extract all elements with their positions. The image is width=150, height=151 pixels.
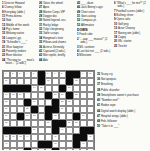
grid-cell[interactable]	[38, 134, 45, 141]
cell-number: 51	[33, 149, 35, 151]
clue-item: 38 Public disorder	[97, 88, 149, 92]
black-cell	[31, 106, 38, 113]
clue-item: 35 Pillows and shams	[39, 40, 75, 44]
grid-cell[interactable]: 3	[17, 71, 24, 78]
cell-number: 21	[61, 93, 63, 95]
grid-cell[interactable]	[66, 141, 73, 148]
grid-cell[interactable]	[73, 127, 80, 134]
grid-cell[interactable]: 43	[17, 134, 24, 141]
grid-cell[interactable]: 53	[45, 148, 52, 150]
grid-cell[interactable]	[38, 92, 45, 99]
clue-item: 13 Middle of the week	[2, 23, 37, 27]
clue-number: 9	[114, 18, 116, 21]
clue-number: 52	[77, 19, 81, 22]
grid-cell[interactable]	[31, 141, 38, 148]
clue-item: 31 Rocky ledge	[39, 23, 75, 27]
clue-item: 49 Choir voice	[77, 10, 112, 14]
grid-cell[interactable]: 50	[3, 148, 10, 150]
cell-number: 38	[75, 121, 77, 123]
grid-cell[interactable]	[87, 92, 94, 99]
black-cell	[73, 71, 80, 78]
clue-item: 1 Director Howard	[2, 1, 37, 5]
clue-number: 45	[77, 1, 81, 4]
cell-number: 23	[5, 100, 7, 102]
clue-item: 32 Tulip's beginning	[39, 27, 75, 31]
cell-number: 30	[5, 114, 7, 116]
clue-item: 7 Football scores (abbr.)	[114, 9, 149, 13]
grid-cell[interactable]	[31, 134, 38, 141]
grid-cell[interactable]	[87, 120, 94, 127]
grid-cell[interactable]: 15	[38, 85, 45, 92]
clue-number: 21	[2, 45, 6, 48]
cell-number: 4	[26, 72, 27, 74]
grid-cell[interactable]	[45, 127, 52, 134]
clue-number: 7	[114, 9, 116, 12]
grid-cell[interactable]	[87, 148, 94, 150]
grid-cell[interactable]	[59, 78, 66, 85]
grid-cell[interactable]	[45, 85, 52, 92]
grid-cell[interactable]: 36	[45, 120, 52, 127]
cell-number: 37	[68, 121, 70, 123]
grid-cell[interactable]	[66, 148, 73, 150]
grid-cell[interactable]	[80, 78, 87, 85]
black-cell	[66, 71, 73, 78]
black-cell	[66, 78, 73, 85]
clue-number: 15	[2, 32, 6, 35]
grid-cell[interactable]	[38, 127, 45, 134]
cell-number: 40	[61, 128, 63, 130]
clue-number: 38	[97, 88, 101, 91]
grid-cell[interactable]: 7	[52, 71, 59, 78]
clue-number: 3	[77, 45, 79, 48]
cell-number: 17	[5, 93, 7, 95]
grid-cell[interactable]: 8	[59, 71, 66, 78]
clue-column-4-text: 6 "What's ___ for me?" (2 wds.)7 Footbal…	[114, 1, 149, 48]
clue-number: 13	[2, 23, 6, 26]
grid-cell[interactable]: 29	[59, 106, 66, 113]
grid-cell[interactable]: 49	[80, 141, 87, 148]
grid-cell[interactable]	[80, 148, 87, 150]
black-cell	[80, 127, 87, 134]
grid-cell[interactable]	[45, 134, 52, 141]
cell-number: 47	[5, 142, 7, 144]
cell-number: 43	[19, 135, 21, 137]
cell-number: 39	[33, 128, 35, 130]
grid-cell[interactable]	[87, 113, 94, 120]
grid-cell[interactable]	[59, 134, 66, 141]
clue-item: 18 Cagey	[114, 35, 149, 39]
clue-item: 14 Pig's home	[2, 27, 37, 31]
clue-item: 22 Patiently endure	[2, 49, 37, 53]
grid-cell[interactable]	[87, 106, 94, 113]
cell-number: 16	[68, 86, 70, 88]
clue-number: 33	[39, 32, 43, 35]
clue-number: 44	[97, 109, 101, 112]
grid-cell[interactable]	[38, 120, 45, 127]
clue-item: 19 "Schindler's ___"	[2, 40, 37, 44]
clue-column-3-text: 45 ___ -daze46 Jack Benny's age49 Choir …	[77, 1, 112, 57]
clue-column-1: 1 Director Howard6 Clumsy fellow9 Everyd…	[2, 1, 37, 69]
grid-cell[interactable]: 52	[38, 148, 45, 150]
clue-item: 45 ___ -daze	[77, 1, 112, 5]
down-header: DOWN	[77, 28, 112, 32]
clue-item: 50 "Take it in ___"	[97, 125, 149, 129]
cell-number: 44	[26, 135, 28, 137]
grid-cell[interactable]	[73, 106, 80, 113]
clue-number: 11	[2, 14, 6, 17]
grid-cell[interactable]	[80, 106, 87, 113]
clue-number: 6	[2, 5, 4, 8]
grid-cell[interactable]: 30	[3, 113, 10, 120]
clue-number: 50	[97, 125, 101, 128]
grid-cell[interactable]	[52, 78, 59, 85]
grid-cell[interactable]: 45	[52, 134, 59, 141]
grid-cell[interactable]	[17, 148, 24, 150]
clue-item: 39 Smartphone owner's purchase	[97, 93, 149, 97]
clue-column-1-text: 1 Director Howard6 Clumsy fellow9 Everyd…	[2, 1, 37, 65]
grid-cell[interactable]: 39	[31, 127, 38, 134]
clue-number: 35	[97, 72, 101, 75]
grid-cell[interactable]: 2	[10, 71, 17, 78]
clue-number: 51	[77, 14, 81, 17]
grid-cell[interactable]	[38, 106, 45, 113]
grid-cell[interactable]: 34	[80, 113, 87, 120]
black-cell	[45, 106, 52, 113]
cell-number: 55	[75, 149, 77, 151]
cell-number: 35	[5, 121, 7, 123]
grid-cell[interactable]	[17, 120, 24, 127]
clue-number: 39	[97, 93, 101, 96]
clue-column-3: 45 ___ -daze46 Jack Benny's age49 Choir …	[77, 1, 112, 69]
grid-cell[interactable]: 19	[17, 92, 24, 99]
grid-cell[interactable]	[31, 120, 38, 127]
clue-item: 33 Table scraps	[39, 32, 75, 36]
clue-item: 46 Jack Benny's age	[77, 5, 112, 9]
clue-item: 51 Goes astray	[77, 14, 112, 18]
grid-cell[interactable]: 32	[31, 113, 38, 120]
clue-number: 20	[114, 40, 118, 43]
clue-item: 52 Compass pt.	[77, 19, 112, 23]
clue-number: 36	[97, 77, 101, 80]
grid-cell[interactable]: 40	[59, 127, 66, 134]
clue-number: 49	[77, 10, 81, 13]
grid-cell[interactable]	[10, 141, 17, 148]
black-cell	[45, 92, 52, 99]
grid-cell[interactable]	[17, 99, 24, 106]
cell-number: 15	[40, 86, 42, 88]
clue-number: 35	[39, 40, 43, 43]
cell-number: 36	[47, 121, 49, 123]
clue-item: 41 Rodeo rope	[97, 104, 149, 108]
clue-number: 34	[39, 36, 43, 39]
grid-cell[interactable]: 28	[24, 106, 31, 113]
black-cell	[52, 106, 59, 113]
grid-cell[interactable]: 14	[31, 85, 38, 92]
black-cell	[38, 141, 45, 148]
grid-cell[interactable]: 25	[59, 99, 66, 106]
grid-cell[interactable]	[80, 99, 87, 106]
grid-cell[interactable]	[52, 85, 59, 92]
clue-number: 47	[97, 114, 101, 117]
grid-cell[interactable]: 54	[59, 148, 66, 150]
black-cell	[59, 120, 66, 127]
black-cell	[17, 113, 24, 120]
grid-cell[interactable]	[38, 113, 45, 120]
grid-cell[interactable]: 20	[52, 92, 59, 99]
cell-number: 9	[82, 72, 83, 74]
grid-cell[interactable]	[24, 120, 31, 127]
grid-cell[interactable]	[17, 141, 24, 148]
grid-cell[interactable]	[66, 134, 73, 141]
grid-cell[interactable]	[80, 92, 87, 99]
clue-number: 5	[77, 54, 79, 57]
black-cell	[52, 148, 59, 150]
cell-number: 8	[61, 72, 62, 74]
black-cell	[52, 127, 59, 134]
cell-number: 41	[5, 135, 7, 137]
clue-number: 41	[97, 104, 101, 107]
clue-number: 32	[39, 27, 43, 30]
grid-cell[interactable]	[87, 99, 94, 106]
clue-item: 35 Scary cry	[97, 72, 149, 76]
clue-item: 25 Tiny bit	[114, 44, 149, 48]
grid-cell[interactable]: 31	[24, 113, 31, 120]
black-cell	[24, 99, 31, 106]
black-cell	[52, 120, 59, 127]
clue-number: 46	[77, 5, 81, 8]
grid-cell[interactable]: 47	[3, 141, 10, 148]
grid-cell[interactable]: 51	[31, 148, 38, 150]
clue-item: 20 Wk. starter	[114, 40, 149, 44]
grid-cell[interactable]	[10, 99, 17, 106]
black-cell	[10, 85, 17, 92]
black-cell	[66, 92, 73, 99]
black-cell	[24, 85, 31, 92]
grid-cell[interactable]: 12	[45, 78, 52, 85]
grid-cell[interactable]: 26	[66, 99, 73, 106]
clue-item: 26 Takes the wheel	[39, 1, 75, 5]
grid-cell[interactable]	[10, 148, 17, 150]
black-cell	[24, 127, 31, 134]
clue-item: 44 Ado	[39, 58, 75, 62]
grid-cell[interactable]: 17	[3, 92, 10, 99]
clue-number: 29	[39, 14, 43, 17]
clue-item: 13 Actor Chaney	[114, 26, 149, 30]
cell-number: 45	[54, 135, 56, 137]
grid-cell[interactable]	[10, 120, 17, 127]
black-cell	[45, 113, 52, 120]
grid-cell[interactable]: 41	[3, 134, 10, 141]
clue-number: 13	[114, 26, 118, 29]
grid-cell[interactable]	[73, 85, 80, 92]
grid-cell[interactable]	[87, 141, 94, 148]
cell-number: 24	[33, 100, 35, 102]
cell-number: 18	[12, 93, 14, 95]
clue-number: 4	[77, 49, 79, 52]
clue-number: 19	[2, 40, 6, 43]
cell-number: 13	[75, 79, 77, 81]
grid-cell[interactable]: 16	[66, 85, 73, 92]
clue-number: 2	[77, 37, 79, 40]
grid-cell[interactable]: 48	[52, 141, 59, 148]
cell-number: 50	[5, 149, 7, 151]
grid-cell[interactable]: 22	[73, 92, 80, 99]
clue-number: 28	[39, 10, 43, 13]
grid-cell[interactable]	[87, 85, 94, 92]
clue-item: 6 "What's ___ for me?" (2 wds.)	[114, 1, 149, 8]
grid-cell[interactable]	[80, 85, 87, 92]
clue-item: 43 Nile reptile, briefly	[39, 54, 75, 58]
cell-number: 31	[26, 114, 28, 116]
clue-item: 2 "...saw ___ mouse!" (2 wds.)	[77, 37, 112, 44]
clue-number: 1	[77, 32, 79, 35]
grid-cell[interactable]	[10, 106, 17, 113]
grid-cell[interactable]: 4	[24, 71, 31, 78]
grid-cell[interactable]	[45, 99, 52, 106]
grid-cell[interactable]	[31, 92, 38, 99]
grid-cell[interactable]	[24, 141, 31, 148]
clue-item: 48 Feb. follower	[97, 119, 149, 123]
cell-number: 46	[89, 135, 91, 137]
clue-item: 3 Mil. canteen	[77, 45, 112, 49]
grid-cell[interactable]: 37	[66, 120, 73, 127]
grid-cell[interactable]: 21	[59, 92, 66, 99]
clue-number: 44	[39, 58, 43, 61]
cell-number: 28	[26, 107, 28, 109]
clue-column-rail-text: 35 Scary cry36 Not apropos37 Breathing38…	[97, 72, 149, 128]
grid-cell[interactable]	[66, 106, 73, 113]
grid-cell[interactable]: 13	[73, 78, 80, 85]
clue-item: 16 Lawyers' gp.	[2, 36, 37, 40]
clue-item: 34 Hangman's knot	[39, 36, 75, 40]
grid-cell[interactable]	[10, 113, 17, 120]
clue-item: 4 Last but not ___ (2 wds.)	[77, 49, 112, 53]
cell-number: 49	[82, 142, 84, 144]
black-cell	[24, 148, 31, 150]
grid-cell[interactable]: 6	[45, 71, 52, 78]
clue-item: 9 Everyday (abbr.)	[2, 10, 37, 14]
grid-cell[interactable]: 33	[52, 113, 59, 120]
grid-cell[interactable]: 38	[73, 120, 80, 127]
cell-number: 42	[12, 135, 14, 137]
cell-number: 29	[61, 107, 63, 109]
grid-cell[interactable]	[24, 92, 31, 99]
clue-item: 8 Bullring cheer	[114, 13, 149, 17]
grid-cell[interactable]: 5	[31, 71, 38, 78]
clue-column-2: 26 Takes the wheel27 Apex28 Marine Corps…	[39, 1, 75, 69]
clue-item: 53 Affirmative	[77, 23, 112, 27]
grid-cell[interactable]: 24	[31, 99, 38, 106]
clue-item: 36 Not apropos	[97, 77, 149, 81]
clue-number: 22	[2, 49, 6, 52]
cell-number: 53	[47, 149, 49, 151]
clue-column-4: 6 "What's ___ for me?" (2 wds.)7 Footbal…	[114, 1, 149, 69]
black-cell	[10, 127, 17, 134]
clue-number: 48	[97, 119, 101, 122]
grid-cell[interactable]	[73, 99, 80, 106]
clue-item: 40 "Number one!"	[97, 98, 149, 102]
grid-cell[interactable]: 42	[10, 134, 17, 141]
clue-item: 6 Clumsy fellow	[2, 5, 37, 9]
cell-number: 19	[19, 93, 21, 95]
black-cell	[45, 141, 52, 148]
grid-cell[interactable]	[80, 120, 87, 127]
clue-item: 29 Doggie doc	[39, 14, 75, 18]
clue-number: 30	[39, 19, 43, 22]
cell-number: 22	[75, 93, 77, 95]
clue-item: 47 Hospital wings (abbr.)	[97, 114, 149, 118]
cell-number: 25	[61, 100, 63, 102]
grid-cell[interactable]: 18	[10, 92, 17, 99]
grid-cell[interactable]	[31, 78, 38, 85]
clue-number: 53	[77, 23, 81, 26]
cell-number: 12	[47, 79, 49, 81]
grid-cell[interactable]	[17, 106, 24, 113]
clue-item: 21 Wise lawgiver	[2, 45, 37, 49]
grid-cell[interactable]	[66, 113, 73, 120]
cell-number: 3	[19, 72, 20, 74]
grid-cell[interactable]	[10, 78, 17, 85]
grid-cell[interactable]	[59, 141, 66, 148]
clue-number: 9	[2, 10, 4, 13]
clue-item: 17 Boxing win (abbr.)	[114, 31, 149, 35]
black-cell	[17, 85, 24, 92]
clue-item: 28 Marine Corps VIP	[39, 10, 75, 14]
clue-item: 9 Opera solo	[114, 18, 149, 22]
clue-number: 42	[39, 49, 43, 52]
cell-number: 32	[33, 114, 35, 116]
grid-cell[interactable]: 44	[24, 134, 31, 141]
grid-cell[interactable]: 1	[3, 71, 10, 78]
clue-item: 1 Food cube	[77, 32, 112, 36]
cell-number: 6	[47, 72, 48, 74]
clue-number: 23	[2, 54, 6, 57]
clue-item: 24 "The way to ___ man's heart..." (2 wd…	[2, 58, 37, 65]
cell-number: 26	[68, 100, 70, 102]
grid-cell[interactable]: 55	[73, 148, 80, 150]
clue-number: 14	[2, 27, 6, 30]
cell-number: 20	[54, 93, 56, 95]
grid-cell[interactable]	[66, 127, 73, 134]
cell-number: 48	[54, 142, 56, 144]
clue-item: 44 Digital watch display (abbr.)	[97, 109, 149, 113]
clue-number: 6	[114, 1, 116, 4]
clue-number: 43	[39, 54, 43, 57]
grid-cell[interactable]: 46	[87, 134, 94, 141]
cell-number: 33	[54, 114, 56, 116]
black-cell	[73, 134, 80, 141]
grid-cell[interactable]: 9	[80, 71, 87, 78]
grid-cell[interactable]	[59, 113, 66, 120]
clue-number: 31	[39, 23, 43, 26]
grid-cell[interactable]: 27	[3, 106, 10, 113]
cell-number: 14	[33, 86, 35, 88]
clue-item: 10 Golf peg	[114, 22, 149, 26]
cell-number: 2	[12, 72, 13, 74]
grid-cell[interactable]: 23	[3, 99, 10, 106]
grid-cell[interactable]	[24, 78, 31, 85]
grid-cell[interactable]: 10	[87, 71, 94, 78]
grid-cell[interactable]: 11	[3, 78, 10, 85]
grid-cell[interactable]: 35	[3, 120, 10, 127]
grid-cell[interactable]	[87, 78, 94, 85]
black-cell	[3, 127, 10, 134]
grid-cell[interactable]	[17, 78, 24, 85]
grid-cell[interactable]	[38, 99, 45, 106]
clue-number: 40	[97, 98, 101, 101]
clue-number: 18	[114, 35, 118, 38]
clue-number: 27	[39, 5, 43, 8]
